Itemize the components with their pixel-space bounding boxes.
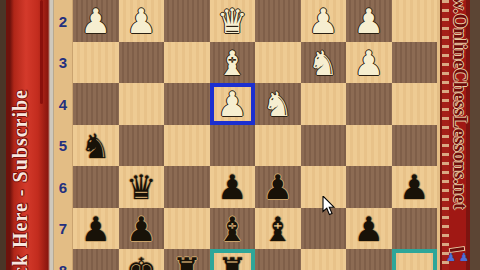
- chess-board: ♟♟♛♟♟♝♞♟♟♞♞♛♟♟♟♟♟♝♝♟♚♜♜: [73, 0, 437, 270]
- square-e6[interactable]: ♟: [210, 166, 256, 208]
- video-frame: ck Here - Subscribe 12345678 ♟♟♛♟♟♝♞♟♟♞♞…: [0, 0, 480, 270]
- square-h2[interactable]: ♟: [73, 0, 119, 42]
- banner-underline: [40, 0, 43, 104]
- white-pawn-h2[interactable]: ♟: [73, 0, 119, 42]
- square-g6[interactable]: ♛: [119, 166, 165, 208]
- square-b3[interactable]: ♟: [346, 42, 392, 84]
- square-h5[interactable]: ♞: [73, 125, 119, 167]
- mouse-cursor-icon: [322, 196, 336, 216]
- square-a7[interactable]: [392, 208, 438, 250]
- black-bishop-d7[interactable]: ♝: [255, 208, 301, 250]
- black-pawn-d6[interactable]: ♟: [255, 166, 301, 208]
- subscriber-figure-icon: ♟: [446, 252, 456, 263]
- website-banner[interactable]: w.OnlineChessLessons.net ♟ ♟: [440, 0, 480, 270]
- square-a3[interactable]: [392, 42, 438, 84]
- website-banner-text: w.OnlineChessLessons.net: [449, 0, 471, 209]
- square-b4[interactable]: [346, 83, 392, 125]
- square-b6[interactable]: [346, 166, 392, 208]
- black-bishop-e7[interactable]: ♝: [210, 208, 256, 250]
- banner-ornament: [442, 0, 449, 270]
- square-f6[interactable]: [164, 166, 210, 208]
- square-f3[interactable]: [164, 42, 210, 84]
- white-knight-c3[interactable]: ♞: [301, 42, 347, 84]
- square-a2[interactable]: [392, 0, 438, 42]
- square-c4[interactable]: [301, 83, 347, 125]
- black-rook-f8[interactable]: ♜: [164, 249, 210, 270]
- square-c5[interactable]: [301, 125, 347, 167]
- rank-label-6: 6: [54, 179, 72, 196]
- square-g5[interactable]: [119, 125, 165, 167]
- square-e4[interactable]: ♟: [210, 83, 256, 125]
- square-h6[interactable]: [73, 166, 119, 208]
- black-king-g8[interactable]: ♚: [119, 249, 165, 270]
- white-pawn-g2[interactable]: ♟: [119, 0, 165, 42]
- white-pawn-b2[interactable]: ♟: [346, 0, 392, 42]
- square-d5[interactable]: [255, 125, 301, 167]
- square-d8[interactable]: [255, 249, 301, 270]
- rank-label-7: 7: [54, 220, 72, 237]
- square-h4[interactable]: [73, 83, 119, 125]
- square-e7[interactable]: ♝: [210, 208, 256, 250]
- square-e8[interactable]: ♜: [210, 249, 256, 270]
- rank-label-5: 5: [54, 137, 72, 154]
- square-d4[interactable]: ♞: [255, 83, 301, 125]
- black-knight-h5[interactable]: ♞: [73, 125, 119, 167]
- square-h7[interactable]: ♟: [73, 208, 119, 250]
- black-pawn-g7[interactable]: ♟: [119, 208, 165, 250]
- square-c8[interactable]: [301, 249, 347, 270]
- square-g7[interactable]: ♟: [119, 208, 165, 250]
- rank-label-8: 8: [54, 262, 72, 270]
- square-a6[interactable]: ♟: [392, 166, 438, 208]
- white-pawn-c2[interactable]: ♟: [301, 0, 347, 42]
- subscribe-banner[interactable]: ck Here - Subscribe: [0, 0, 54, 270]
- square-f4[interactable]: [164, 83, 210, 125]
- white-pawn-b3[interactable]: ♟: [346, 42, 392, 84]
- square-d2[interactable]: [255, 0, 301, 42]
- square-b8[interactable]: [346, 249, 392, 270]
- white-knight-d4[interactable]: ♞: [255, 83, 301, 125]
- white-queen-e2[interactable]: ♛: [210, 0, 256, 42]
- square-f7[interactable]: [164, 208, 210, 250]
- square-h8[interactable]: [73, 249, 119, 270]
- square-f8[interactable]: ♜: [164, 249, 210, 270]
- black-pawn-a6[interactable]: ♟: [392, 166, 438, 208]
- black-rook-e8[interactable]: ♜: [210, 249, 256, 270]
- square-d7[interactable]: ♝: [255, 208, 301, 250]
- rank-label-4: 4: [54, 96, 72, 113]
- square-a8[interactable]: [392, 249, 438, 270]
- square-d6[interactable]: ♟: [255, 166, 301, 208]
- square-g2[interactable]: ♟: [119, 0, 165, 42]
- rank-label-3: 3: [54, 54, 72, 71]
- black-queen-g6[interactable]: ♛: [119, 166, 165, 208]
- square-c3[interactable]: ♞: [301, 42, 347, 84]
- rank-label-2: 2: [54, 13, 72, 30]
- black-pawn-b7[interactable]: ♟: [346, 208, 392, 250]
- subscriber-figure-icon: ♟: [459, 252, 469, 263]
- square-b7[interactable]: ♟: [346, 208, 392, 250]
- square-e5[interactable]: [210, 125, 256, 167]
- square-d3[interactable]: [255, 42, 301, 84]
- square-c2[interactable]: ♟: [301, 0, 347, 42]
- square-h3[interactable]: [73, 42, 119, 84]
- square-a4[interactable]: [392, 83, 438, 125]
- square-a5[interactable]: [392, 125, 438, 167]
- square-g8[interactable]: ♚: [119, 249, 165, 270]
- black-pawn-e6[interactable]: ♟: [210, 166, 256, 208]
- square-g3[interactable]: [119, 42, 165, 84]
- black-pawn-h7[interactable]: ♟: [73, 208, 119, 250]
- square-f2[interactable]: [164, 0, 210, 42]
- square-b2[interactable]: ♟: [346, 0, 392, 42]
- subscribe-banner-text: ck Here - Subscribe: [9, 89, 32, 270]
- square-e2[interactable]: ♛: [210, 0, 256, 42]
- white-bishop-e3[interactable]: ♝: [210, 42, 256, 84]
- square-b5[interactable]: [346, 125, 392, 167]
- square-f5[interactable]: [164, 125, 210, 167]
- square-g4[interactable]: [119, 83, 165, 125]
- white-pawn-e4[interactable]: ♟: [210, 83, 256, 125]
- square-e3[interactable]: ♝: [210, 42, 256, 84]
- rank-label-gutter: 12345678: [54, 0, 73, 270]
